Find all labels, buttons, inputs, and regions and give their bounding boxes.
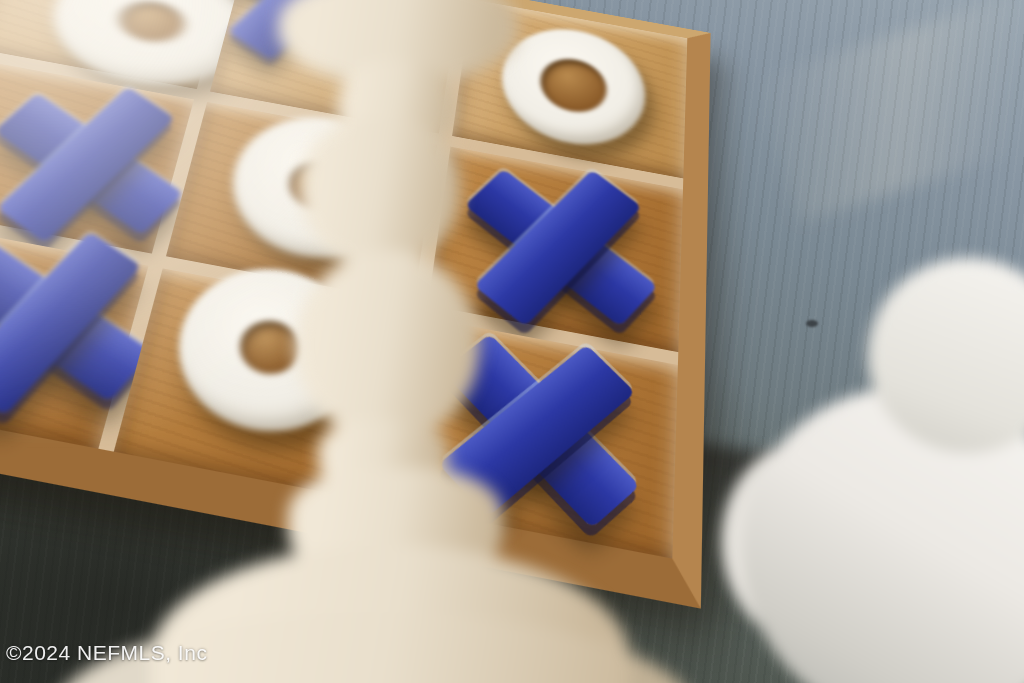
o-piece-hole <box>235 316 305 379</box>
o-piece-hole <box>285 158 349 213</box>
board-cell-r3c3 <box>399 318 678 558</box>
board-cell-r1c3 <box>452 0 687 178</box>
o-piece <box>495 19 647 157</box>
photo-scene: ©2024 NEFMLS, Inc <box>0 0 1024 683</box>
table-speck <box>806 320 818 327</box>
o-piece-hole <box>538 54 608 118</box>
board-cell-r2c2 <box>166 102 437 303</box>
o-piece-hole <box>114 0 189 47</box>
watermark-text: ©2024 NEFMLS, Inc <box>6 641 207 665</box>
o-piece <box>218 104 411 271</box>
board-cell-r3c2 <box>114 269 412 504</box>
